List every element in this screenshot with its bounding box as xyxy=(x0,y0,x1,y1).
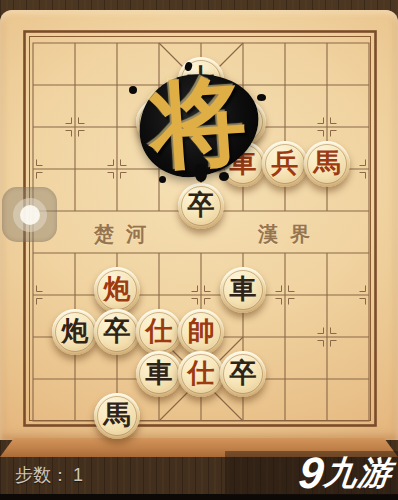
piece-glyph: 仕 xyxy=(146,318,173,345)
piece-glyph: 炮 xyxy=(104,276,131,303)
floating-widget-button[interactable] xyxy=(2,187,57,242)
piece-red-chariot[interactable]: 車 xyxy=(220,141,266,187)
piece-glyph: 卒 xyxy=(188,192,215,219)
river-label-right: 漢界 xyxy=(236,221,332,248)
bottom-hud: 步数：1 9 九游 xyxy=(0,457,398,494)
logo-text: 九游 xyxy=(322,457,393,490)
widget-ring xyxy=(13,198,47,232)
piece-glyph: 馬 xyxy=(314,150,341,177)
piece-glyph: 馬 xyxy=(104,402,131,429)
piece-black-chariot[interactable]: 車 xyxy=(136,351,182,397)
piece-black-cannon[interactable]: 炮 xyxy=(52,309,98,355)
piece-glyph: 帥 xyxy=(188,318,215,345)
move-counter-label: 步数： xyxy=(15,465,69,485)
piece-black-chariot[interactable]: 車 xyxy=(220,267,266,313)
watermark-logo: 9 九游 xyxy=(225,451,398,495)
piece-glyph: 車 xyxy=(146,360,173,387)
logo-9-icon: 9 xyxy=(296,451,325,495)
piece-glyph: 士 xyxy=(146,108,173,135)
piece-red-general[interactable]: 帥 xyxy=(178,309,224,355)
piece-glyph: 兵 xyxy=(272,150,299,177)
widget-core-icon xyxy=(20,205,40,225)
piece-red-advisor[interactable]: 仕 xyxy=(178,351,224,397)
piece-red-cannon[interactable]: 炮 xyxy=(94,267,140,313)
piece-glyph: 卒 xyxy=(230,360,257,387)
piece-glyph: 車 xyxy=(230,276,257,303)
piece-glyph: 將 xyxy=(230,108,257,135)
piece-glyph: 仕 xyxy=(188,360,215,387)
piece-black-soldier[interactable]: 卒 xyxy=(220,351,266,397)
piece-red-horse[interactable]: 馬 xyxy=(304,141,350,187)
piece-glyph: 士 xyxy=(188,66,215,93)
move-counter: 步数：1 xyxy=(15,463,83,487)
piece-glyph: 炮 xyxy=(62,318,89,345)
piece-black-advisor[interactable]: 士 xyxy=(178,57,224,103)
piece-black-horse[interactable]: 馬 xyxy=(94,393,140,439)
piece-black-general[interactable]: 將 xyxy=(220,99,266,145)
piece-red-advisor[interactable]: 仕 xyxy=(136,309,182,355)
piece-black-soldier[interactable]: 卒 xyxy=(94,309,140,355)
piece-black-soldier[interactable]: 卒 xyxy=(178,183,224,229)
piece-black-advisor[interactable]: 士 xyxy=(136,99,182,145)
river-label-left: 楚河 xyxy=(72,221,168,248)
piece-glyph: 卒 xyxy=(104,318,131,345)
move-counter-value: 1 xyxy=(73,465,83,485)
piece-glyph: 車 xyxy=(230,150,257,177)
piece-red-soldier[interactable]: 兵 xyxy=(262,141,308,187)
game-screen: 楚河 漢界 士士將車兵馬卒炮車炮卒仕帥車仕卒馬 将 步数：1 9 九游 xyxy=(0,0,398,500)
